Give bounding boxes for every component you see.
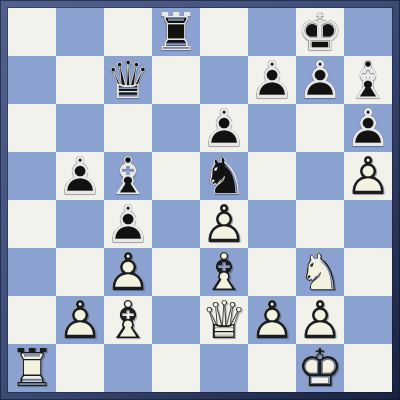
square-b1[interactable] xyxy=(56,344,104,392)
square-c3[interactable]: ♟♙ xyxy=(104,248,152,296)
square-h3[interactable] xyxy=(344,248,392,296)
knight-glyph-outline: ♘ xyxy=(200,152,248,200)
square-c1[interactable] xyxy=(104,344,152,392)
square-d8[interactable]: ♜♖ xyxy=(152,8,200,56)
square-e5[interactable]: ♞♘ xyxy=(200,152,248,200)
bishop-glyph-outline: ♗ xyxy=(104,296,152,344)
square-c4[interactable]: ♟♙ xyxy=(104,200,152,248)
pawn-glyph-fill: ♟ xyxy=(344,104,392,152)
piece-black-pawn: ♟♙ xyxy=(296,56,344,104)
piece-white-rook: ♜♖ xyxy=(8,344,56,392)
rook-glyph-outline: ♖ xyxy=(152,8,200,56)
pawn-glyph-fill: ♟ xyxy=(56,296,104,344)
pawn-glyph-fill: ♟ xyxy=(104,248,152,296)
rook-glyph-fill: ♜ xyxy=(8,344,56,392)
square-d7[interactable] xyxy=(152,56,200,104)
square-d6[interactable] xyxy=(152,104,200,152)
piece-white-bishop: ♝♗ xyxy=(200,248,248,296)
pawn-glyph-outline: ♙ xyxy=(296,56,344,104)
square-f8[interactable] xyxy=(248,8,296,56)
square-b5[interactable]: ♟♙ xyxy=(56,152,104,200)
rook-glyph-fill: ♜ xyxy=(152,8,200,56)
square-f7[interactable]: ♟♙ xyxy=(248,56,296,104)
square-a4[interactable] xyxy=(8,200,56,248)
square-b7[interactable] xyxy=(56,56,104,104)
square-a8[interactable] xyxy=(8,8,56,56)
piece-black-pawn: ♟♙ xyxy=(104,200,152,248)
piece-black-pawn: ♟♙ xyxy=(200,104,248,152)
knight-glyph-outline: ♘ xyxy=(296,248,344,296)
bishop-glyph-outline: ♗ xyxy=(104,152,152,200)
square-g5[interactable] xyxy=(296,152,344,200)
pawn-glyph-outline: ♙ xyxy=(344,152,392,200)
square-e6[interactable]: ♟♙ xyxy=(200,104,248,152)
square-g3[interactable]: ♞♘ xyxy=(296,248,344,296)
square-g7[interactable]: ♟♙ xyxy=(296,56,344,104)
king-glyph-fill: ♚ xyxy=(296,344,344,392)
square-g8[interactable]: ♚♔ xyxy=(296,8,344,56)
bishop-glyph-fill: ♝ xyxy=(200,248,248,296)
pawn-glyph-outline: ♙ xyxy=(200,104,248,152)
square-b2[interactable]: ♟♙ xyxy=(56,296,104,344)
square-a3[interactable] xyxy=(8,248,56,296)
pawn-glyph-outline: ♙ xyxy=(344,104,392,152)
pawn-glyph-outline: ♙ xyxy=(296,296,344,344)
pawn-glyph-fill: ♟ xyxy=(248,296,296,344)
square-c2[interactable]: ♝♗ xyxy=(104,296,152,344)
piece-black-pawn: ♟♙ xyxy=(344,104,392,152)
pawn-glyph-fill: ♟ xyxy=(200,200,248,248)
pawn-glyph-outline: ♙ xyxy=(56,296,104,344)
piece-black-king: ♚♔ xyxy=(296,8,344,56)
pawn-glyph-fill: ♟ xyxy=(344,152,392,200)
piece-white-pawn: ♟♙ xyxy=(104,248,152,296)
rook-glyph-outline: ♖ xyxy=(8,344,56,392)
square-e4[interactable]: ♟♙ xyxy=(200,200,248,248)
square-d2[interactable] xyxy=(152,296,200,344)
piece-white-pawn: ♟♙ xyxy=(200,200,248,248)
piece-white-bishop: ♝♗ xyxy=(104,296,152,344)
square-f2[interactable]: ♟♙ xyxy=(248,296,296,344)
square-h7[interactable]: ♝♗ xyxy=(344,56,392,104)
square-a6[interactable] xyxy=(8,104,56,152)
square-e2[interactable]: ♛♕ xyxy=(200,296,248,344)
knight-glyph-fill: ♞ xyxy=(296,248,344,296)
chess-board-frame: ♜♖♚♔♛♕♟♙♟♙♝♗♟♙♟♙♟♙♝♗♞♘♟♙♟♙♟♙♟♙♝♗♞♘♟♙♝♗♛♕… xyxy=(0,0,400,400)
square-f5[interactable] xyxy=(248,152,296,200)
bishop-glyph-fill: ♝ xyxy=(104,296,152,344)
knight-glyph-fill: ♞ xyxy=(200,152,248,200)
piece-black-pawn: ♟♙ xyxy=(248,56,296,104)
piece-white-king: ♚♔ xyxy=(296,344,344,392)
queen-glyph-fill: ♛ xyxy=(200,296,248,344)
pawn-glyph-outline: ♙ xyxy=(104,200,152,248)
pawn-glyph-outline: ♙ xyxy=(56,152,104,200)
square-g1[interactable]: ♚♔ xyxy=(296,344,344,392)
piece-black-bishop: ♝♗ xyxy=(104,152,152,200)
bishop-glyph-outline: ♗ xyxy=(200,248,248,296)
square-a1[interactable]: ♜♖ xyxy=(8,344,56,392)
square-e1[interactable] xyxy=(200,344,248,392)
pawn-glyph-outline: ♙ xyxy=(200,200,248,248)
square-g6[interactable] xyxy=(296,104,344,152)
piece-white-queen: ♛♕ xyxy=(200,296,248,344)
piece-black-pawn: ♟♙ xyxy=(56,152,104,200)
square-h4[interactable] xyxy=(344,200,392,248)
square-h6[interactable]: ♟♙ xyxy=(344,104,392,152)
square-d4[interactable] xyxy=(152,200,200,248)
square-d3[interactable] xyxy=(152,248,200,296)
piece-white-pawn: ♟♙ xyxy=(344,152,392,200)
bishop-glyph-fill: ♝ xyxy=(104,152,152,200)
piece-white-pawn: ♟♙ xyxy=(56,296,104,344)
bishop-glyph-fill: ♝ xyxy=(344,56,392,104)
square-f4[interactable] xyxy=(248,200,296,248)
square-h2[interactable] xyxy=(344,296,392,344)
pawn-glyph-fill: ♟ xyxy=(248,56,296,104)
pawn-glyph-outline: ♙ xyxy=(104,248,152,296)
square-a2[interactable] xyxy=(8,296,56,344)
pawn-glyph-fill: ♟ xyxy=(56,152,104,200)
square-h8[interactable] xyxy=(344,8,392,56)
piece-white-pawn: ♟♙ xyxy=(248,296,296,344)
square-b6[interactable] xyxy=(56,104,104,152)
square-b3[interactable] xyxy=(56,248,104,296)
square-e3[interactable]: ♝♗ xyxy=(200,248,248,296)
square-h1[interactable] xyxy=(344,344,392,392)
piece-black-bishop: ♝♗ xyxy=(344,56,392,104)
queen-glyph-outline: ♕ xyxy=(200,296,248,344)
king-glyph-outline: ♔ xyxy=(296,8,344,56)
pawn-glyph-outline: ♙ xyxy=(248,56,296,104)
square-a5[interactable] xyxy=(8,152,56,200)
square-c6[interactable] xyxy=(104,104,152,152)
pawn-glyph-fill: ♟ xyxy=(296,296,344,344)
queen-glyph-outline: ♕ xyxy=(104,56,152,104)
piece-black-queen: ♛♕ xyxy=(104,56,152,104)
pawn-glyph-fill: ♟ xyxy=(296,56,344,104)
square-c7[interactable]: ♛♕ xyxy=(104,56,152,104)
square-b4[interactable] xyxy=(56,200,104,248)
pawn-glyph-fill: ♟ xyxy=(104,200,152,248)
square-g2[interactable]: ♟♙ xyxy=(296,296,344,344)
piece-white-pawn: ♟♙ xyxy=(296,296,344,344)
king-glyph-fill: ♚ xyxy=(296,8,344,56)
square-a7[interactable] xyxy=(8,56,56,104)
square-c8[interactable] xyxy=(104,8,152,56)
piece-black-knight: ♞♘ xyxy=(200,152,248,200)
king-glyph-outline: ♔ xyxy=(296,344,344,392)
square-f6[interactable] xyxy=(248,104,296,152)
square-f3[interactable] xyxy=(248,248,296,296)
chess-board: ♜♖♚♔♛♕♟♙♟♙♝♗♟♙♟♙♟♙♝♗♞♘♟♙♟♙♟♙♟♙♝♗♞♘♟♙♝♗♛♕… xyxy=(8,8,392,392)
piece-white-knight: ♞♘ xyxy=(296,248,344,296)
queen-glyph-fill: ♛ xyxy=(104,56,152,104)
square-b8[interactable] xyxy=(56,8,104,56)
square-e8[interactable] xyxy=(200,8,248,56)
square-h5[interactable]: ♟♙ xyxy=(344,152,392,200)
piece-black-rook: ♜♖ xyxy=(152,8,200,56)
square-f1[interactable] xyxy=(248,344,296,392)
pawn-glyph-fill: ♟ xyxy=(200,104,248,152)
bishop-glyph-outline: ♗ xyxy=(344,56,392,104)
square-d1[interactable] xyxy=(152,344,200,392)
square-d5[interactable] xyxy=(152,152,200,200)
square-c5[interactable]: ♝♗ xyxy=(104,152,152,200)
square-e7[interactable] xyxy=(200,56,248,104)
square-g4[interactable] xyxy=(296,200,344,248)
pawn-glyph-outline: ♙ xyxy=(248,296,296,344)
